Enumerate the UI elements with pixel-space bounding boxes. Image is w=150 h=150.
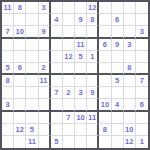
cell-r7c2[interactable] [14,75,26,87]
cell-r2c7[interactable]: 9 [75,14,87,26]
cell-r9c6[interactable] [63,99,75,111]
cell-r4c6[interactable] [63,39,75,51]
cell-r6c11[interactable]: 8 [124,63,136,75]
cell-r6c8[interactable] [87,63,99,75]
cell-r2c10[interactable]: 6 [112,14,124,26]
cell-r5c8[interactable]: 1 [87,51,99,63]
cell-r4c8[interactable] [87,39,99,51]
cell-r7c12[interactable]: 7 [136,75,148,87]
cell-r12c1[interactable] [2,136,14,148]
cell-r9c5[interactable] [51,99,63,111]
cell-r8c1[interactable] [2,87,14,99]
cell-r7c11[interactable] [124,75,136,87]
cell-r6c4[interactable]: 2 [39,63,51,75]
cell-r6c3[interactable] [26,63,38,75]
cell-r8c10[interactable] [112,87,124,99]
cell-r3c2[interactable]: 10 [14,26,26,38]
cell-r10c10[interactable] [112,112,124,124]
cell-r3c6[interactable] [63,26,75,38]
cell-r5c10[interactable] [112,51,124,63]
cell-r7c9[interactable] [99,75,111,87]
cell-r11c12[interactable] [136,124,148,136]
cell-r12c8[interactable] [87,136,99,148]
cell-r12c5[interactable]: 5 [51,136,63,148]
cell-r6c5[interactable] [51,63,63,75]
cell-r2c9[interactable] [99,14,111,26]
cell-r3c7[interactable] [75,26,87,38]
cell-r5c11[interactable] [124,51,136,63]
cell-r9c8[interactable] [87,99,99,111]
cell-r11c4[interactable] [39,124,51,136]
cell-r5c6[interactable]: 12 [63,51,75,63]
cell-r9c4[interactable] [39,99,51,111]
cell-r8c9[interactable] [99,87,111,99]
cell-r1c9[interactable] [99,2,111,14]
cell-r9c10[interactable]: 4 [112,99,124,111]
cell-r1c12[interactable] [136,2,148,14]
cell-r6c2[interactable]: 6 [14,63,26,75]
cell-r8c7[interactable]: 3 [75,87,87,99]
cell-r9c2[interactable] [14,99,26,111]
cell-r12c6[interactable] [63,136,75,148]
cell-r10c1[interactable] [2,112,14,124]
cell-r10c3[interactable] [26,112,38,124]
cell-r9c3[interactable] [26,99,38,111]
cell-r11c6[interactable] [63,124,75,136]
cell-r10c2[interactable] [14,112,26,124]
cell-r8c12[interactable] [136,87,148,99]
cell-r6c6[interactable] [63,63,75,75]
cell-r2c12[interactable] [136,14,148,26]
cell-r5c12[interactable] [136,51,148,63]
cell-r12c10[interactable] [112,136,124,148]
cell-r3c1[interactable]: 7 [2,26,14,38]
cell-r5c2[interactable] [14,51,26,63]
cell-r6c12[interactable] [136,63,148,75]
cell-r9c11[interactable] [124,99,136,111]
cell-r10c9[interactable] [99,112,111,124]
cell-r5c3[interactable] [26,51,38,63]
cell-r5c7[interactable]: 5 [75,51,87,63]
cell-r2c11[interactable] [124,14,136,26]
cell-r6c7[interactable] [75,63,87,75]
cell-r3c8[interactable] [87,26,99,38]
sudoku-board: 1183124986710931169312515628811577239310… [0,0,150,150]
cell-r2c6[interactable] [63,14,75,26]
cell-r8c3[interactable] [26,87,38,99]
cell-r12c7[interactable] [75,136,87,148]
cell-r11c10[interactable] [112,124,124,136]
cell-r2c4[interactable] [39,14,51,26]
cell-r2c2[interactable] [14,14,26,26]
cell-r4c12[interactable] [136,39,148,51]
cell-r2c1[interactable] [2,14,14,26]
cell-r11c11[interactable]: 10 [124,124,136,136]
cell-r1c10[interactable] [112,2,124,14]
cell-r5c9[interactable] [99,51,111,63]
cell-r11c9[interactable]: 8 [99,124,111,136]
cell-r1c2[interactable]: 8 [14,2,26,14]
cell-r9c9[interactable]: 10 [99,99,111,111]
cell-r4c10[interactable]: 9 [112,39,124,51]
cell-r1c7[interactable] [75,2,87,14]
cell-r7c7[interactable] [75,75,87,87]
cell-r7c6[interactable] [63,75,75,87]
cell-r1c5[interactable] [51,2,63,14]
cell-r2c5[interactable]: 4 [51,14,63,26]
cell-r3c4[interactable]: 9 [39,26,51,38]
cell-r7c4[interactable]: 11 [39,75,51,87]
cell-r12c4[interactable] [39,136,51,148]
cell-r7c8[interactable] [87,75,99,87]
cell-r8c4[interactable] [39,87,51,99]
cell-r5c1[interactable] [2,51,14,63]
cell-r11c8[interactable] [87,124,99,136]
cell-r2c8[interactable]: 8 [87,14,99,26]
cell-r3c5[interactable] [51,26,63,38]
cell-r7c5[interactable] [51,75,63,87]
cell-r1c11[interactable] [124,2,136,14]
cell-r4c4[interactable] [39,39,51,51]
cell-r4c5[interactable] [51,39,63,51]
cell-r4c9[interactable]: 6 [99,39,111,51]
cell-r11c5[interactable] [51,124,63,136]
cell-r4c3[interactable] [26,39,38,51]
cell-r11c3[interactable]: 5 [26,124,38,136]
cell-r12c3[interactable]: 11 [26,136,38,148]
cell-r10c5[interactable] [51,112,63,124]
cell-r12c2[interactable] [14,136,26,148]
cell-r4c7[interactable]: 11 [75,39,87,51]
cell-r3c11[interactable] [124,26,136,38]
cell-r10c8[interactable]: 11 [87,112,99,124]
cell-r10c6[interactable]: 7 [63,112,75,124]
cell-r1c4[interactable]: 3 [39,2,51,14]
cell-r7c10[interactable]: 5 [112,75,124,87]
cell-r10c12[interactable] [136,112,148,124]
cell-r9c12[interactable]: 6 [136,99,148,111]
cell-r9c1[interactable]: 3 [2,99,14,111]
cell-r8c2[interactable] [14,87,26,99]
cell-r11c2[interactable]: 12 [14,124,26,136]
cell-r3c12[interactable]: 3 [136,26,148,38]
cell-r3c10[interactable] [112,26,124,38]
cell-r3c3[interactable] [26,26,38,38]
cell-r10c11[interactable] [124,112,136,124]
cell-r12c12[interactable]: 1 [136,136,148,148]
cell-r7c3[interactable] [26,75,38,87]
cell-r5c5[interactable] [51,51,63,63]
cell-r4c11[interactable]: 3 [124,39,136,51]
cell-r9c7[interactable] [75,99,87,111]
cell-r11c7[interactable] [75,124,87,136]
cell-r10c7[interactable]: 10 [75,112,87,124]
cell-r8c5[interactable]: 7 [51,87,63,99]
cell-r3c9[interactable] [99,26,111,38]
cell-r6c1[interactable]: 5 [2,63,14,75]
cell-r7c1[interactable]: 8 [2,75,14,87]
cell-r5c4[interactable] [39,51,51,63]
cell-r12c11[interactable]: 12 [124,136,136,148]
cell-r1c6[interactable] [63,2,75,14]
cell-r10c4[interactable] [39,112,51,124]
cell-r1c8[interactable]: 12 [87,2,99,14]
cell-r8c6[interactable]: 2 [63,87,75,99]
cell-r8c8[interactable]: 9 [87,87,99,99]
cell-r12c9[interactable] [99,136,111,148]
cell-r6c9[interactable] [99,63,111,75]
cell-r4c1[interactable] [2,39,14,51]
cell-r1c1[interactable]: 11 [2,2,14,14]
cell-r11c1[interactable] [2,124,14,136]
cell-r4c2[interactable] [14,39,26,51]
cell-r2c3[interactable] [26,14,38,26]
cell-r1c3[interactable] [26,2,38,14]
cell-r8c11[interactable] [124,87,136,99]
cell-r6c10[interactable] [112,63,124,75]
